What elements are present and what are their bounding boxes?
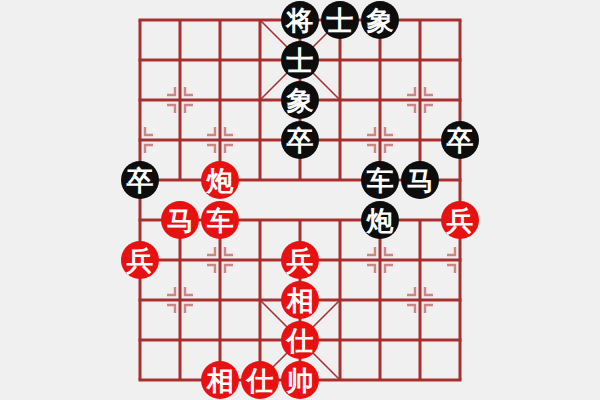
- piece-black-chariot[interactable]: 车: [361, 161, 399, 199]
- piece-black-general[interactable]: 将: [281, 1, 319, 39]
- piece-red-soldier[interactable]: 兵: [441, 201, 479, 239]
- piece-black-soldier[interactable]: 卒: [281, 121, 319, 159]
- piece-black-soldier[interactable]: 卒: [121, 161, 159, 199]
- xiangqi-board: 将士象士象卒卒卒炮车马马车炮兵兵兵相仕相仕帅: [0, 0, 600, 400]
- piece-black-cannon[interactable]: 炮: [361, 201, 399, 239]
- piece-red-general[interactable]: 帅: [281, 361, 319, 399]
- piece-red-cannon[interactable]: 炮: [201, 161, 239, 199]
- piece-red-soldier[interactable]: 兵: [281, 241, 319, 279]
- piece-red-elephant[interactable]: 相: [201, 361, 239, 399]
- pieces-grid: 将士象士象卒卒卒炮车马马车炮兵兵兵相仕相仕帅: [120, 0, 480, 400]
- piece-black-elephant[interactable]: 象: [361, 1, 399, 39]
- piece-red-advisor[interactable]: 仕: [281, 321, 319, 359]
- piece-black-horse[interactable]: 马: [401, 161, 439, 199]
- piece-red-chariot[interactable]: 车: [201, 201, 239, 239]
- piece-red-horse[interactable]: 马: [161, 201, 199, 239]
- piece-red-advisor[interactable]: 仕: [241, 361, 279, 399]
- piece-black-elephant[interactable]: 象: [281, 81, 319, 119]
- piece-black-soldier[interactable]: 卒: [441, 121, 479, 159]
- piece-red-soldier[interactable]: 兵: [121, 241, 159, 279]
- piece-black-advisor[interactable]: 士: [281, 41, 319, 79]
- piece-red-elephant[interactable]: 相: [281, 281, 319, 319]
- piece-black-advisor[interactable]: 士: [321, 1, 359, 39]
